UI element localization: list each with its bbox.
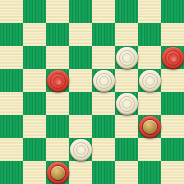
dark-square[interactable]: [46, 161, 69, 184]
light-square: [92, 46, 115, 69]
light-square: [69, 161, 92, 184]
red-king-piece[interactable]: [47, 162, 69, 184]
dark-square[interactable]: [92, 23, 115, 46]
dark-square[interactable]: [92, 69, 115, 92]
light-square: [23, 161, 46, 184]
dark-square[interactable]: [138, 23, 161, 46]
light-square: [161, 23, 184, 46]
light-square: [115, 69, 138, 92]
dark-square[interactable]: [92, 115, 115, 138]
light-square: [138, 138, 161, 161]
dark-square[interactable]: [92, 161, 115, 184]
king-crown-icon: [51, 166, 65, 180]
light-square: [138, 46, 161, 69]
dark-square[interactable]: [138, 69, 161, 92]
light-square: [69, 23, 92, 46]
dark-square[interactable]: [138, 161, 161, 184]
dark-square[interactable]: [69, 46, 92, 69]
king-crown-icon: [143, 120, 157, 134]
dark-square[interactable]: [161, 92, 184, 115]
dark-square[interactable]: [23, 92, 46, 115]
light-square: [69, 69, 92, 92]
dark-square[interactable]: [0, 69, 23, 92]
white-man-piece[interactable]: [116, 47, 138, 69]
white-man-piece[interactable]: [116, 93, 138, 115]
white-man-piece[interactable]: [93, 70, 115, 92]
light-square: [92, 138, 115, 161]
light-square: [23, 69, 46, 92]
dark-square[interactable]: [69, 138, 92, 161]
dark-square[interactable]: [0, 23, 23, 46]
dark-square[interactable]: [138, 115, 161, 138]
dark-square[interactable]: [161, 0, 184, 23]
light-square: [0, 92, 23, 115]
dark-square[interactable]: [161, 46, 184, 69]
light-square: [46, 46, 69, 69]
light-square: [115, 161, 138, 184]
light-square: [161, 115, 184, 138]
dark-square[interactable]: [69, 92, 92, 115]
dark-square[interactable]: [23, 0, 46, 23]
dark-square[interactable]: [46, 69, 69, 92]
dark-square[interactable]: [0, 161, 23, 184]
red-man-piece[interactable]: [47, 70, 69, 92]
light-square: [0, 0, 23, 23]
light-square: [0, 138, 23, 161]
dark-square[interactable]: [161, 138, 184, 161]
dark-square[interactable]: [69, 0, 92, 23]
light-square: [46, 92, 69, 115]
light-square: [23, 115, 46, 138]
red-king-piece[interactable]: [139, 116, 161, 138]
light-square: [69, 115, 92, 138]
light-square: [46, 138, 69, 161]
light-square: [23, 23, 46, 46]
dark-square[interactable]: [23, 46, 46, 69]
dark-square[interactable]: [115, 0, 138, 23]
dark-square[interactable]: [115, 92, 138, 115]
light-square: [161, 69, 184, 92]
dark-square[interactable]: [115, 138, 138, 161]
light-square: [92, 92, 115, 115]
light-square: [161, 161, 184, 184]
dark-square[interactable]: [46, 115, 69, 138]
dark-square[interactable]: [46, 23, 69, 46]
white-man-piece[interactable]: [139, 70, 161, 92]
light-square: [138, 92, 161, 115]
checkers-board: [0, 0, 184, 184]
light-square: [46, 0, 69, 23]
dark-square[interactable]: [115, 46, 138, 69]
red-man-piece[interactable]: [162, 47, 184, 69]
light-square: [92, 0, 115, 23]
dark-square[interactable]: [23, 138, 46, 161]
dark-square[interactable]: [0, 115, 23, 138]
light-square: [115, 23, 138, 46]
light-square: [115, 115, 138, 138]
light-square: [0, 46, 23, 69]
white-man-piece[interactable]: [70, 139, 92, 161]
light-square: [138, 0, 161, 23]
